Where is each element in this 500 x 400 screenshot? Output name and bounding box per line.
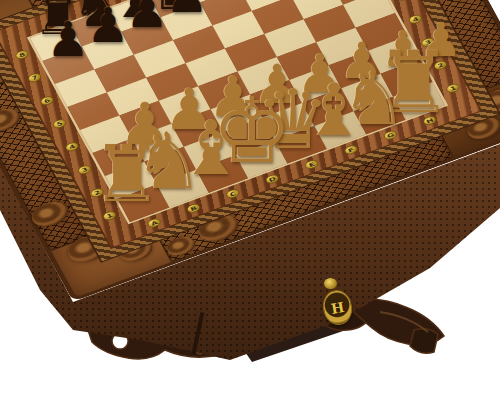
black-pawn-b7[interactable]: ♟ bbox=[86, 1, 129, 49]
photo-frame: H 12345678ABCDEFGH12345678 ♜♞♝♚♛♝♞♜♟♟♟♟♟… bbox=[0, 0, 500, 400]
black-pawn-d7[interactable]: ♟ bbox=[165, 0, 208, 19]
black-pawn-a7[interactable]: ♟ bbox=[46, 15, 89, 63]
medallion-monogram: H bbox=[330, 298, 346, 316]
white-rook-a1[interactable]: ♜ bbox=[92, 135, 162, 213]
black-pawn-c7[interactable]: ♟ bbox=[125, 0, 168, 34]
drawer-knob[interactable] bbox=[324, 278, 337, 289]
